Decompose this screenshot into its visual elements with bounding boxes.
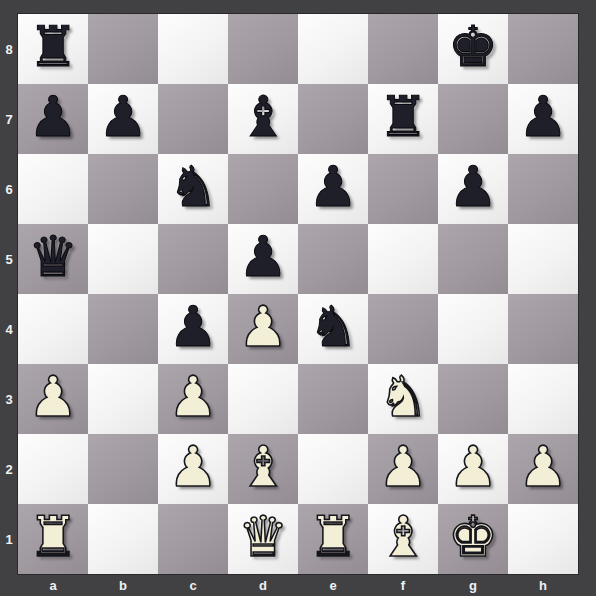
black-queen-a5[interactable]: ♛ xyxy=(18,224,88,294)
square-c3[interactable]: ♟ xyxy=(158,364,228,434)
black-pawn-a7[interactable]: ♟ xyxy=(18,84,88,154)
rank-label-2: 2 xyxy=(0,434,18,504)
square-h5[interactable] xyxy=(508,224,578,294)
square-f5[interactable] xyxy=(368,224,438,294)
square-e7[interactable] xyxy=(298,84,368,154)
square-g2[interactable]: ♟ xyxy=(438,434,508,504)
square-d4[interactable]: ♟ xyxy=(228,294,298,364)
square-e6[interactable]: ♟ xyxy=(298,154,368,224)
square-f4[interactable] xyxy=(368,294,438,364)
square-g6[interactable]: ♟ xyxy=(438,154,508,224)
square-d2[interactable]: ♝ xyxy=(228,434,298,504)
rank-label-3: 3 xyxy=(0,364,18,434)
square-b1[interactable] xyxy=(88,504,158,574)
rank-label-5: 5 xyxy=(0,224,18,294)
square-c2[interactable]: ♟ xyxy=(158,434,228,504)
square-c4[interactable]: ♟ xyxy=(158,294,228,364)
black-rook-f7[interactable]: ♜ xyxy=(368,84,438,154)
black-pawn-c4[interactable]: ♟ xyxy=(158,294,228,364)
square-b5[interactable] xyxy=(88,224,158,294)
square-g3[interactable] xyxy=(438,364,508,434)
rank-label-7: 7 xyxy=(0,84,18,154)
black-rook-a8[interactable]: ♜ xyxy=(18,14,88,84)
square-a7[interactable]: ♟ xyxy=(18,84,88,154)
file-labels: abcdefgh xyxy=(18,574,578,596)
square-e8[interactable] xyxy=(298,14,368,84)
square-b3[interactable] xyxy=(88,364,158,434)
black-bishop-d7[interactable]: ♝ xyxy=(228,84,298,154)
file-label-a: a xyxy=(18,574,88,596)
white-knight-f3[interactable]: ♞ xyxy=(368,364,438,434)
square-b8[interactable] xyxy=(88,14,158,84)
square-h7[interactable]: ♟ xyxy=(508,84,578,154)
square-d5[interactable]: ♟ xyxy=(228,224,298,294)
square-g4[interactable] xyxy=(438,294,508,364)
white-pawn-c2[interactable]: ♟ xyxy=(158,434,228,504)
square-f1[interactable]: ♝ xyxy=(368,504,438,574)
file-label-h: h xyxy=(508,574,578,596)
file-label-b: b xyxy=(88,574,158,596)
black-pawn-g6[interactable]: ♟ xyxy=(438,154,508,224)
black-knight-c6[interactable]: ♞ xyxy=(158,154,228,224)
square-e3[interactable] xyxy=(298,364,368,434)
square-h1[interactable] xyxy=(508,504,578,574)
white-bishop-d2[interactable]: ♝ xyxy=(228,434,298,504)
square-a6[interactable] xyxy=(18,154,88,224)
black-pawn-b7[interactable]: ♟ xyxy=(88,84,158,154)
square-d8[interactable] xyxy=(228,14,298,84)
rank-label-8: 8 xyxy=(0,14,18,84)
square-e1[interactable]: ♜ xyxy=(298,504,368,574)
file-label-e: e xyxy=(298,574,368,596)
square-b7[interactable]: ♟ xyxy=(88,84,158,154)
black-pawn-e6[interactable]: ♟ xyxy=(298,154,368,224)
square-h3[interactable] xyxy=(508,364,578,434)
file-label-c: c xyxy=(158,574,228,596)
square-g8[interactable]: ♚ xyxy=(438,14,508,84)
white-pawn-g2[interactable]: ♟ xyxy=(438,434,508,504)
square-a5[interactable]: ♛ xyxy=(18,224,88,294)
file-label-d: d xyxy=(228,574,298,596)
square-d3[interactable] xyxy=(228,364,298,434)
square-h4[interactable] xyxy=(508,294,578,364)
square-c5[interactable] xyxy=(158,224,228,294)
square-f7[interactable]: ♜ xyxy=(368,84,438,154)
square-f3[interactable]: ♞ xyxy=(368,364,438,434)
black-pawn-h7[interactable]: ♟ xyxy=(508,84,578,154)
square-h8[interactable] xyxy=(508,14,578,84)
square-h6[interactable] xyxy=(508,154,578,224)
board: ♜♚♟♟♝♜♟♞♟♟♛♟♟♟♞♟♟♞♟♝♟♟♟♜♛♜♝♚ xyxy=(18,14,578,574)
white-pawn-c3[interactable]: ♟ xyxy=(158,364,228,434)
square-c8[interactable] xyxy=(158,14,228,84)
white-pawn-d4[interactable]: ♟ xyxy=(228,294,298,364)
rank-label-1: 1 xyxy=(0,504,18,574)
white-queen-d1[interactable]: ♛ xyxy=(228,504,298,574)
square-b4[interactable] xyxy=(88,294,158,364)
square-a8[interactable]: ♜ xyxy=(18,14,88,84)
white-rook-e1[interactable]: ♜ xyxy=(298,504,368,574)
square-h2[interactable]: ♟ xyxy=(508,434,578,504)
square-a3[interactable]: ♟ xyxy=(18,364,88,434)
square-f2[interactable]: ♟ xyxy=(368,434,438,504)
square-c7[interactable] xyxy=(158,84,228,154)
rank-labels: 87654321 xyxy=(0,14,18,574)
square-g1[interactable]: ♚ xyxy=(438,504,508,574)
white-pawn-a3[interactable]: ♟ xyxy=(18,364,88,434)
white-rook-a1[interactable]: ♜ xyxy=(18,504,88,574)
chess-board-window: 87654321 ♜♚♟♟♝♜♟♞♟♟♛♟♟♟♞♟♟♞♟♝♟♟♟♜♛♜♝♚ ab… xyxy=(0,0,596,596)
square-d7[interactable]: ♝ xyxy=(228,84,298,154)
square-e4[interactable]: ♞ xyxy=(298,294,368,364)
file-label-f: f xyxy=(368,574,438,596)
white-pawn-h2[interactable]: ♟ xyxy=(508,434,578,504)
square-b2[interactable] xyxy=(88,434,158,504)
white-bishop-f1[interactable]: ♝ xyxy=(368,504,438,574)
square-e2[interactable] xyxy=(298,434,368,504)
black-knight-e4[interactable]: ♞ xyxy=(298,294,368,364)
square-c6[interactable]: ♞ xyxy=(158,154,228,224)
black-pawn-d5[interactable]: ♟ xyxy=(228,224,298,294)
square-f6[interactable] xyxy=(368,154,438,224)
square-g5[interactable] xyxy=(438,224,508,294)
square-e5[interactable] xyxy=(298,224,368,294)
square-a2[interactable] xyxy=(18,434,88,504)
square-d6[interactable] xyxy=(228,154,298,224)
white-king-g1[interactable]: ♚ xyxy=(438,504,508,574)
rank-label-6: 6 xyxy=(0,154,18,224)
square-g7[interactable] xyxy=(438,84,508,154)
square-c1[interactable] xyxy=(158,504,228,574)
rank-label-4: 4 xyxy=(0,294,18,364)
square-a4[interactable] xyxy=(18,294,88,364)
square-d1[interactable]: ♛ xyxy=(228,504,298,574)
square-a1[interactable]: ♜ xyxy=(18,504,88,574)
file-label-g: g xyxy=(438,574,508,596)
square-b6[interactable] xyxy=(88,154,158,224)
black-king-g8[interactable]: ♚ xyxy=(438,14,508,84)
white-pawn-f2[interactable]: ♟ xyxy=(368,434,438,504)
square-f8[interactable] xyxy=(368,14,438,84)
